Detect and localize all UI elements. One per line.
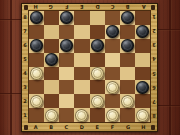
square-C8[interactable]: ⛂: [59, 11, 74, 25]
wood-seam: [0, 19, 21, 20]
square-G5[interactable]: [120, 53, 135, 67]
checker-glyph: ⛂: [30, 39, 43, 52]
square-H3[interactable]: ⛂: [135, 80, 150, 94]
checkers-board: ⛂⛂⛂⛂⛂⛂⛂⛂⛂⛂⛀⛀⛀⛂⛀⛀⛀⛀⛀⛀⛀: [28, 10, 151, 123]
checker-glyph: ⛂: [30, 11, 43, 24]
square-C7[interactable]: [59, 25, 74, 39]
rank-label-right-5: 5: [151, 67, 157, 81]
square-F4[interactable]: [105, 67, 120, 81]
wood-seam: [10, 0, 12, 135]
black-checker-C8[interactable]: ⛂: [60, 11, 73, 24]
square-B4[interactable]: [44, 67, 59, 81]
square-F8[interactable]: [105, 11, 120, 25]
square-E7[interactable]: [90, 25, 105, 39]
checker-glyph: ⛂: [91, 39, 104, 52]
board-frame: HGFEDCBA ABCDEFGH 87654321 12345678 ⛂⛂⛂⛂…: [21, 3, 158, 132]
square-A2[interactable]: ⛀: [29, 94, 44, 108]
checker-glyph: ⛂: [136, 25, 149, 38]
square-E5[interactable]: [90, 53, 105, 67]
square-D1[interactable]: ⛀: [74, 108, 89, 122]
square-F5[interactable]: [105, 53, 120, 67]
checker-glyph: ⛀: [45, 109, 58, 122]
square-H1[interactable]: ⛀: [135, 108, 150, 122]
rank-label-right-1: 1: [151, 10, 157, 24]
white-checker-A2[interactable]: ⛀: [30, 95, 43, 108]
file-label-F: F: [105, 123, 120, 131]
white-checker-F1[interactable]: ⛀: [106, 109, 119, 122]
square-B3[interactable]: [44, 80, 59, 94]
black-checker-F7[interactable]: ⛂: [106, 25, 119, 38]
black-checker-A6[interactable]: ⛂: [30, 39, 43, 52]
checker-glyph: ⛀: [91, 67, 104, 80]
square-G2[interactable]: ⛀: [120, 94, 135, 108]
square-B8[interactable]: [44, 11, 59, 25]
wood-seam: [158, 105, 180, 106]
rank-label-right-6: 6: [151, 81, 157, 95]
square-A4[interactable]: ⛀: [29, 67, 44, 81]
square-C1[interactable]: [59, 108, 74, 122]
square-E1[interactable]: [90, 108, 105, 122]
file-label-A: A: [28, 123, 43, 131]
black-checker-G6[interactable]: ⛂: [121, 39, 134, 52]
file-label-D: D: [74, 123, 89, 131]
square-H5[interactable]: [135, 53, 150, 67]
square-C5[interactable]: [59, 53, 74, 67]
square-E6[interactable]: ⛂: [90, 39, 105, 53]
rank-label-right-8: 8: [151, 109, 157, 123]
square-E2[interactable]: ⛀: [90, 94, 105, 108]
wood-seam: [158, 29, 180, 30]
square-B6[interactable]: [44, 39, 59, 53]
square-B1[interactable]: ⛀: [44, 108, 59, 122]
square-E3[interactable]: [90, 80, 105, 94]
square-B2[interactable]: [44, 94, 59, 108]
square-F1[interactable]: ⛀: [105, 108, 120, 122]
square-A7[interactable]: [29, 25, 44, 39]
square-C2[interactable]: [59, 94, 74, 108]
square-E8[interactable]: [90, 11, 105, 25]
square-D5[interactable]: [74, 53, 89, 67]
square-B7[interactable]: [44, 25, 59, 39]
checker-glyph: ⛂: [60, 39, 73, 52]
square-F7[interactable]: ⛂: [105, 25, 120, 39]
checker-glyph: ⛀: [75, 109, 88, 122]
checker-glyph: ⛂: [136, 81, 149, 94]
square-H6[interactable]: [135, 39, 150, 53]
wood-seam: [169, 0, 171, 135]
white-checker-F3[interactable]: ⛀: [106, 81, 119, 94]
square-G3[interactable]: [120, 80, 135, 94]
black-checker-G8[interactable]: ⛂: [121, 11, 134, 24]
square-H8[interactable]: [135, 11, 150, 25]
square-G1[interactable]: [120, 108, 135, 122]
square-D7[interactable]: [74, 25, 89, 39]
square-C3[interactable]: [59, 80, 74, 94]
checker-glyph: ⛂: [121, 11, 134, 24]
black-checker-H3[interactable]: ⛂: [136, 81, 149, 94]
square-A3[interactable]: [29, 80, 44, 94]
square-H2[interactable]: [135, 94, 150, 108]
square-D8[interactable]: [74, 11, 89, 25]
wood-seam: [0, 93, 21, 94]
checker-glyph: ⛂: [45, 53, 58, 66]
checker-glyph: ⛀: [30, 67, 43, 80]
black-checker-B5[interactable]: ⛂: [45, 53, 58, 66]
frame-corner-joint: [151, 125, 155, 130]
file-label-B: B: [43, 123, 58, 131]
white-checker-H1[interactable]: ⛀: [136, 109, 149, 122]
checker-glyph: ⛂: [60, 11, 73, 24]
checker-glyph: ⛂: [121, 39, 134, 52]
white-checker-D1[interactable]: ⛀: [75, 109, 88, 122]
black-checker-C6[interactable]: ⛂: [60, 39, 73, 52]
checkers-game-scene: HGFEDCBA ABCDEFGH 87654321 12345678 ⛂⛂⛂⛂…: [0, 0, 180, 135]
black-checker-A8[interactable]: ⛂: [30, 11, 43, 24]
square-A8[interactable]: ⛂: [29, 11, 44, 25]
rank-label-right-3: 3: [151, 38, 157, 52]
square-A5[interactable]: [29, 53, 44, 67]
square-A1[interactable]: [29, 108, 44, 122]
square-D6[interactable]: [74, 39, 89, 53]
black-checker-H7[interactable]: ⛂: [136, 25, 149, 38]
square-D4[interactable]: [74, 67, 89, 81]
square-H7[interactable]: ⛂: [135, 25, 150, 39]
rank-label-right-7: 7: [151, 95, 157, 109]
checker-glyph: ⛀: [106, 109, 119, 122]
square-H4[interactable]: [135, 67, 150, 81]
square-F3[interactable]: ⛀: [105, 80, 120, 94]
file-label-G: G: [120, 123, 135, 131]
square-D2[interactable]: [74, 94, 89, 108]
rank-label-right-2: 2: [151, 24, 157, 38]
white-checker-G2[interactable]: ⛀: [121, 95, 134, 108]
file-label-H: H: [136, 123, 151, 131]
square-G7[interactable]: [120, 25, 135, 39]
square-E4[interactable]: ⛀: [90, 67, 105, 81]
file-labels-bottom: ABCDEFGH: [28, 123, 151, 131]
white-checker-E2[interactable]: ⛀: [91, 95, 104, 108]
checker-glyph: ⛂: [106, 25, 119, 38]
file-label-C: C: [59, 123, 74, 131]
black-checker-E6[interactable]: ⛂: [91, 39, 104, 52]
square-D3[interactable]: [74, 80, 89, 94]
square-C6[interactable]: ⛂: [59, 39, 74, 53]
checker-glyph: ⛀: [30, 95, 43, 108]
square-A6[interactable]: ⛂: [29, 39, 44, 53]
square-C4[interactable]: [59, 67, 74, 81]
checker-glyph: ⛀: [106, 81, 119, 94]
square-G4[interactable]: [120, 67, 135, 81]
rank-labels-right: 12345678: [151, 10, 157, 123]
checker-glyph: ⛀: [136, 109, 149, 122]
rank-label-right-4: 4: [151, 52, 157, 66]
square-F2[interactable]: [105, 94, 120, 108]
white-checker-E4[interactable]: ⛀: [91, 67, 104, 80]
white-checker-A4[interactable]: ⛀: [30, 67, 43, 80]
white-checker-B1[interactable]: ⛀: [45, 109, 58, 122]
square-G6[interactable]: ⛂: [120, 39, 135, 53]
square-F6[interactable]: [105, 39, 120, 53]
checker-glyph: ⛀: [91, 95, 104, 108]
checker-glyph: ⛀: [121, 95, 134, 108]
square-G8[interactable]: ⛂: [120, 11, 135, 25]
square-B5[interactable]: ⛂: [44, 53, 59, 67]
file-label-E: E: [90, 123, 105, 131]
